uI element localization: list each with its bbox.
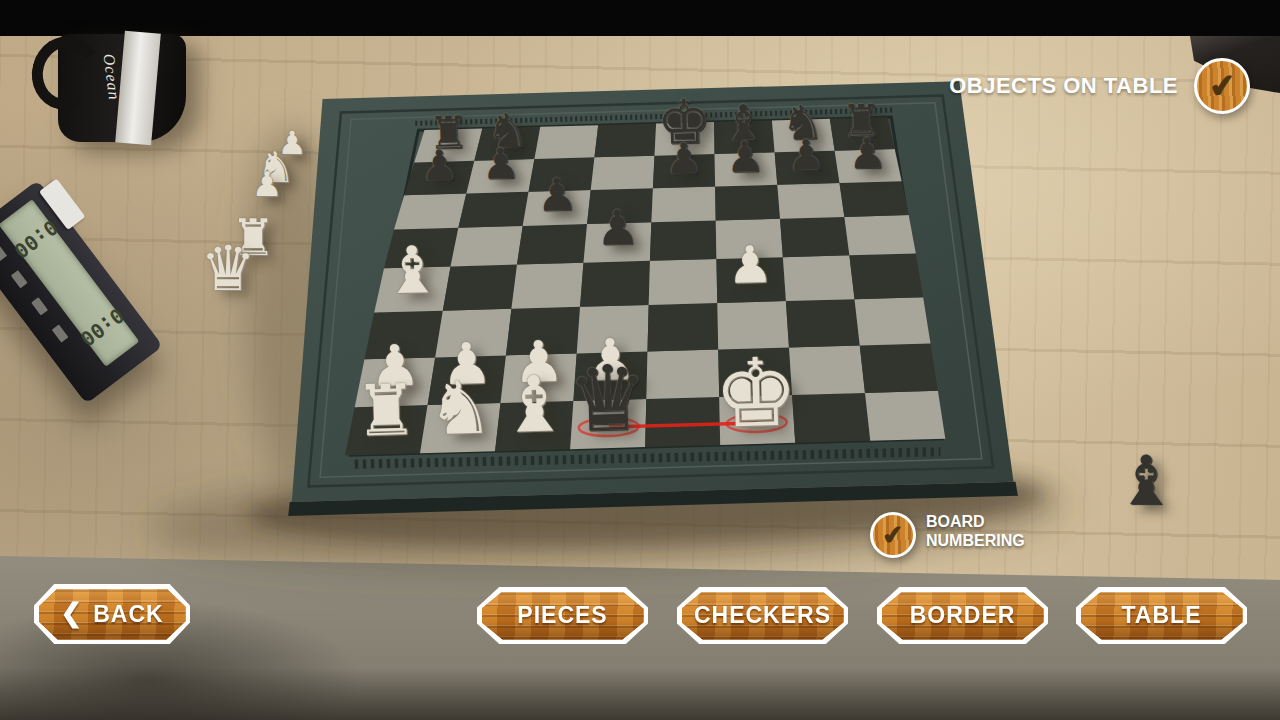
pieces-button[interactable]: PIECES bbox=[477, 587, 648, 644]
back-chevron-icon: ❮ bbox=[60, 600, 83, 626]
piece-white-knight-b1[interactable]: ♞ bbox=[426, 370, 493, 445]
square-g3[interactable] bbox=[786, 299, 860, 348]
square-h4[interactable] bbox=[849, 253, 923, 299]
square-g2[interactable] bbox=[789, 345, 865, 395]
check-icon: ✔ bbox=[881, 518, 906, 551]
checkers-button-label: CHECKERS bbox=[694, 602, 831, 629]
back-button[interactable]: ❮ BACK bbox=[34, 584, 190, 644]
square-e2[interactable] bbox=[645, 349, 720, 399]
captured-black-bishop: ♝ bbox=[1116, 447, 1177, 515]
square-h2[interactable] bbox=[860, 343, 938, 393]
square-e6[interactable] bbox=[650, 187, 716, 223]
square-b4[interactable] bbox=[442, 265, 519, 311]
border-button-label: BORDER bbox=[910, 602, 1016, 629]
piece-white-bishop-a4[interactable]: ♝ bbox=[382, 237, 442, 304]
square-e5[interactable] bbox=[649, 220, 717, 260]
border-button[interactable]: BORDER bbox=[877, 587, 1048, 644]
piece-black-pawn-f7[interactable]: ♟ bbox=[726, 136, 765, 179]
piece-black-pawn-a7[interactable]: ♟ bbox=[420, 144, 459, 187]
piece-black-pawn-d5[interactable]: ♟ bbox=[595, 203, 639, 252]
piece-black-pawn-g7[interactable]: ♟ bbox=[787, 134, 826, 177]
piece-black-pawn-c6[interactable]: ♟ bbox=[536, 172, 578, 218]
square-e4[interactable] bbox=[647, 259, 717, 305]
board-numbering-toggle[interactable]: ✔ bbox=[870, 512, 916, 558]
square-h3[interactable] bbox=[855, 297, 931, 346]
coffee-mug: Ocean bbox=[58, 34, 186, 142]
square-e3[interactable] bbox=[646, 303, 718, 351]
square-g5[interactable] bbox=[780, 217, 849, 257]
square-d4[interactable] bbox=[579, 261, 651, 307]
check-icon: ✔ bbox=[1207, 66, 1238, 107]
piece-black-pawn-b7[interactable]: ♟ bbox=[481, 143, 520, 186]
square-h6[interactable] bbox=[839, 181, 908, 217]
piece-white-king-f1[interactable]: ♚ bbox=[713, 345, 800, 441]
square-d7[interactable] bbox=[590, 156, 656, 190]
square-c5[interactable] bbox=[516, 224, 588, 264]
pieces-button-label: PIECES bbox=[517, 602, 607, 629]
objects-on-table-label: OBJECTS ON TABLE bbox=[949, 73, 1178, 99]
square-h5[interactable] bbox=[844, 215, 915, 255]
piece-white-rook-a1[interactable]: ♜ bbox=[354, 375, 419, 447]
clock-right-time: 0:00 bbox=[76, 303, 129, 351]
square-h1[interactable] bbox=[865, 391, 945, 441]
objects-on-table-toggle[interactable]: ✔ bbox=[1194, 58, 1250, 114]
piece-white-pawn-f4[interactable]: ♟ bbox=[727, 239, 774, 291]
mug-stripe bbox=[115, 31, 161, 146]
board-numbering-label: BOARD NUMBERING bbox=[926, 512, 1025, 550]
piece-black-pawn-e7[interactable]: ♟ bbox=[665, 138, 704, 181]
square-c8[interactable] bbox=[534, 125, 600, 159]
piece-white-bishop-c1[interactable]: ♝ bbox=[499, 365, 570, 444]
square-f6[interactable] bbox=[715, 185, 780, 221]
table-button-label: TABLE bbox=[1122, 602, 1202, 629]
checkers-button[interactable]: CHECKERS bbox=[677, 587, 848, 644]
board-numbering-setting: ✔ BOARD NUMBERING bbox=[870, 512, 1025, 558]
square-c4[interactable] bbox=[510, 263, 584, 309]
table-button[interactable]: TABLE bbox=[1076, 587, 1247, 644]
captured-white-pawn: ♟ bbox=[252, 167, 282, 201]
square-b6[interactable] bbox=[457, 192, 529, 228]
square-g4[interactable] bbox=[783, 255, 855, 301]
app-screen: Ocean 0:00 0:00 bbox=[0, 0, 1280, 720]
piece-black-pawn-h7[interactable]: ♟ bbox=[848, 132, 887, 175]
square-a6[interactable] bbox=[393, 193, 467, 229]
mug-text: Ocean bbox=[100, 53, 124, 102]
back-button-label: BACK bbox=[93, 601, 163, 628]
square-b5[interactable] bbox=[449, 226, 523, 267]
top-letterbox-bar bbox=[0, 0, 1280, 36]
captured-white-queen: ♛ bbox=[200, 238, 256, 300]
clock-left-time: 0:00 bbox=[9, 215, 62, 263]
square-d8[interactable] bbox=[594, 124, 657, 158]
square-g1[interactable] bbox=[792, 393, 870, 443]
square-g6[interactable] bbox=[777, 183, 844, 219]
objects-on-table-setting: OBJECTS ON TABLE ✔ bbox=[949, 58, 1250, 114]
piece-black-queen-d1[interactable]: ♛ bbox=[566, 353, 649, 445]
